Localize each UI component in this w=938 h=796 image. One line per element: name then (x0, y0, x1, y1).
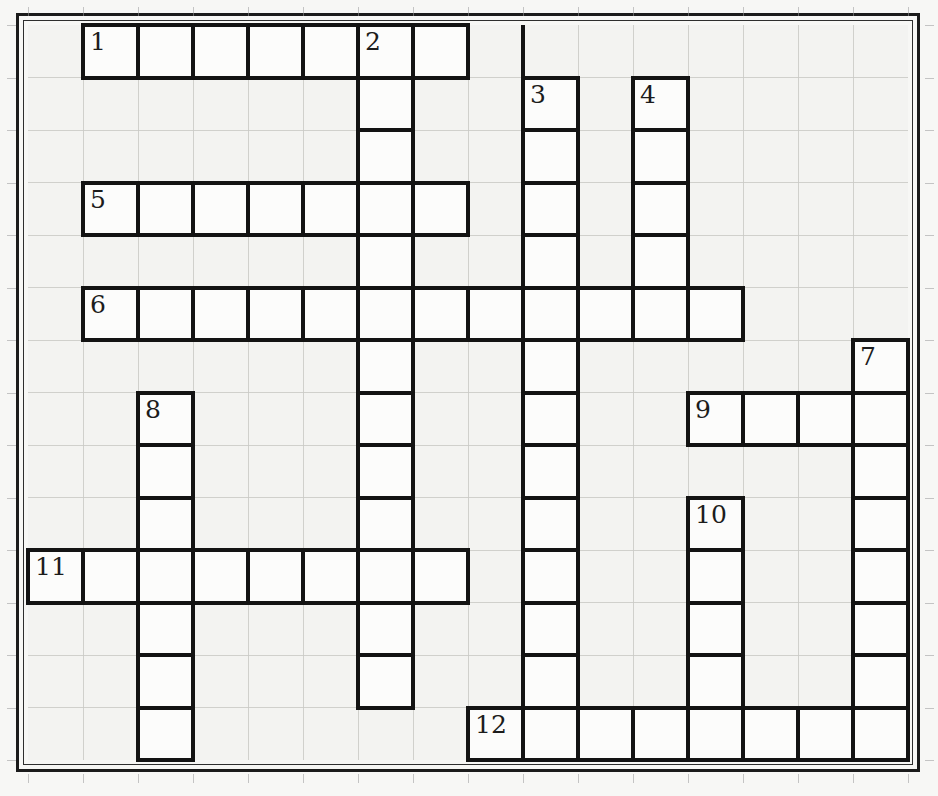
cell-r6c4[interactable] (193, 288, 248, 341)
cell-r9c16[interactable] (853, 445, 908, 498)
clue-number-11: 11 (35, 554, 67, 579)
ruler-tick (688, 7, 689, 16)
word-12-across-divider (521, 706, 525, 763)
word-2-down-divider (356, 128, 415, 132)
word-2-down-divider (356, 76, 415, 80)
ruler-tick (413, 774, 414, 783)
word-3-down-divider (521, 128, 580, 132)
cell-r5c10[interactable] (523, 235, 578, 288)
ruler-tick (908, 7, 909, 16)
word-6-across-divider (136, 286, 140, 343)
background-gridline-h (28, 130, 908, 131)
ruler-tick (138, 774, 139, 783)
cell-r8c7[interactable] (358, 393, 413, 446)
word-7-down-divider (851, 496, 910, 500)
ruler-tick (925, 550, 934, 551)
word-1-across-divider (301, 23, 305, 80)
word-12-across-border (906, 706, 910, 763)
cell-r3c12[interactable] (633, 130, 688, 183)
word-4-down-border (631, 338, 690, 342)
word-6-across-divider (246, 286, 250, 343)
word-6-across-border (741, 286, 745, 343)
cell-r2c7[interactable] (358, 78, 413, 131)
ruler-tick (7, 130, 16, 131)
word-7-down-divider (851, 601, 910, 605)
word-3-down-divider (521, 601, 580, 605)
word-5-across-border (466, 181, 470, 238)
clue-number-10: 10 (695, 502, 727, 527)
ruler-tick (7, 708, 16, 709)
word-3-down-divider (521, 233, 580, 237)
word-2-down-divider (356, 548, 415, 552)
cell-r11c6[interactable] (303, 550, 358, 603)
ruler-tick (7, 655, 16, 656)
cell-r11c13[interactable] (688, 550, 743, 603)
cell-r4c4[interactable] (193, 183, 248, 236)
crossword-board: 123456789101112 (28, 25, 908, 760)
cell-r3c7[interactable] (358, 130, 413, 183)
ruler-tick (523, 7, 524, 16)
cell-r10c7[interactable] (358, 498, 413, 551)
clue-number-3: 3 (530, 82, 546, 107)
cell-r14c14[interactable] (743, 708, 798, 761)
cell-r7c7[interactable] (358, 340, 413, 393)
cell-r7c10[interactable] (523, 340, 578, 393)
word-8-down-divider (136, 601, 195, 605)
cell-r5c12[interactable] (633, 235, 688, 288)
word-10-down-divider (686, 548, 745, 552)
ruler-tick (468, 774, 469, 783)
cell-r6c12[interactable] (633, 288, 688, 341)
cell-r13c13[interactable] (688, 655, 743, 708)
word-2-down-divider (356, 286, 415, 290)
ruler-tick (138, 7, 139, 16)
cell-r6c10[interactable] (523, 288, 578, 341)
clue-number-2: 2 (365, 29, 381, 54)
word-3-down-divider (521, 181, 580, 185)
word-4-down-divider (631, 233, 690, 237)
word-1-across-border (81, 23, 85, 80)
cell-r6c6[interactable] (303, 288, 358, 341)
ruler-tick (853, 7, 854, 16)
cell-r1c6[interactable] (303, 25, 358, 78)
word-10-down-border (686, 496, 745, 500)
cell-r11c16[interactable] (853, 550, 908, 603)
word-12-across-divider (741, 706, 745, 763)
word-4-down-border (631, 76, 635, 343)
word-3-down-border (521, 706, 580, 710)
cell-r8c14[interactable] (743, 393, 798, 446)
ruler-tick (743, 774, 744, 783)
cell-r9c3[interactable] (138, 445, 193, 498)
word-2-down-divider (356, 601, 415, 605)
word-2-down-divider (356, 338, 415, 342)
cell-r4c7[interactable] (358, 183, 413, 236)
word-12-across-divider (796, 706, 800, 763)
word-5-across-divider (191, 181, 195, 238)
word-8-down-divider (136, 443, 195, 447)
ruler-tick (468, 7, 469, 16)
word-7-down-divider (851, 391, 910, 395)
word-2-down-border (356, 23, 360, 710)
word-8-down-divider (136, 706, 195, 710)
word-2-down-divider (356, 181, 415, 185)
cell-r4c12[interactable] (633, 183, 688, 236)
ruler-tick (925, 235, 934, 236)
word-5-across-divider (246, 181, 250, 238)
word-7-down-divider (851, 443, 910, 447)
word-7-down-border (851, 706, 910, 710)
word-2-down-divider (356, 653, 415, 657)
cell-r6c3[interactable] (138, 288, 193, 341)
ruler-tick (193, 774, 194, 783)
word-2-down-divider (356, 443, 415, 447)
cell-r12c3[interactable] (138, 603, 193, 656)
ruler-tick (578, 774, 579, 783)
crossword-page: 123456789101112 (0, 0, 938, 796)
clue-number-5: 5 (90, 187, 106, 212)
cell-r6c8[interactable] (413, 288, 468, 341)
word-10-down-divider (686, 601, 745, 605)
cell-r8c15[interactable] (798, 393, 853, 446)
ruler-tick (248, 7, 249, 16)
word-3-down-divider (521, 496, 580, 500)
cell-r10c3[interactable] (138, 498, 193, 551)
word-3-down-divider (521, 443, 580, 447)
ruler-tick (578, 7, 579, 16)
word-11-across-divider (81, 548, 85, 605)
word-3-down-divider (521, 548, 580, 552)
cell-r11c8[interactable] (413, 550, 468, 603)
word-8-down-divider (136, 653, 195, 657)
ruler-tick (7, 183, 16, 184)
cell-r6c5[interactable] (248, 288, 303, 341)
clue-number-7: 7 (860, 344, 876, 369)
cell-r4c3[interactable] (138, 183, 193, 236)
ruler-tick (7, 760, 16, 761)
ruler-tick (7, 235, 16, 236)
cell-r11c2[interactable] (83, 550, 138, 603)
cell-r13c7[interactable] (358, 655, 413, 708)
word-7-down-divider (851, 548, 910, 552)
word-4-down-divider (631, 286, 690, 290)
word-8-down-border (136, 758, 195, 762)
cell-r11c5[interactable] (248, 550, 303, 603)
word-12-across-divider (576, 706, 580, 763)
ruler-tick (7, 603, 16, 604)
word-11-across-divider (246, 548, 250, 605)
ruler-tick (358, 7, 359, 16)
ruler-tick (7, 78, 16, 79)
word-8-down-border (136, 391, 195, 395)
ruler-tick (925, 78, 934, 79)
word-8-down-divider (136, 548, 195, 552)
cell-r6c9[interactable] (468, 288, 523, 341)
word-4-down-divider (631, 128, 690, 132)
cell-r6c13[interactable] (688, 288, 743, 341)
word-2-down-divider (356, 496, 415, 500)
cell-r14c16[interactable] (853, 708, 908, 761)
word-1-across-border (466, 23, 470, 80)
ruler-tick (925, 340, 934, 341)
cell-r1c4[interactable] (193, 25, 248, 78)
ruler-tick (303, 7, 304, 16)
ruler-tick (688, 774, 689, 783)
cell-r14c11[interactable] (578, 708, 633, 761)
ruler-tick (7, 445, 16, 446)
word-12-across-divider (851, 706, 855, 763)
stray-border-segment (521, 25, 525, 80)
ruler-tick (83, 7, 84, 16)
word-12-across-border (466, 706, 470, 763)
word-8-down-divider (136, 496, 195, 500)
cell-r14c12[interactable] (633, 708, 688, 761)
cell-r1c5[interactable] (248, 25, 303, 78)
cell-r12c13[interactable] (688, 603, 743, 656)
cell-r6c11[interactable] (578, 288, 633, 341)
ruler-tick (925, 655, 934, 656)
word-6-across-divider (191, 286, 195, 343)
cell-r12c16[interactable] (853, 603, 908, 656)
word-1-across-divider (136, 23, 140, 80)
word-3-down-divider (521, 338, 580, 342)
cell-r1c3[interactable] (138, 25, 193, 78)
clue-number-4: 4 (640, 82, 656, 107)
word-10-down-border (686, 706, 745, 710)
word-5-across-divider (301, 181, 305, 238)
word-5-across-border (81, 181, 85, 238)
cell-r11c4[interactable] (193, 550, 248, 603)
ruler-tick (7, 340, 16, 341)
ruler-tick (908, 774, 909, 783)
cell-r8c10[interactable] (523, 393, 578, 446)
ruler-tick (7, 498, 16, 499)
cell-r1c8[interactable] (413, 25, 468, 78)
cell-r9c7[interactable] (358, 445, 413, 498)
cell-r14c13[interactable] (688, 708, 743, 761)
ruler-tick (7, 288, 16, 289)
ruler-tick (925, 498, 934, 499)
ruler-tick (798, 7, 799, 16)
word-2-down-border (411, 23, 415, 710)
ruler-tick (193, 7, 194, 16)
cell-r4c5[interactable] (248, 183, 303, 236)
word-2-down-divider (356, 233, 415, 237)
ruler-tick (925, 288, 934, 289)
cell-r13c3[interactable] (138, 655, 193, 708)
word-9-across-divider (741, 391, 745, 448)
word-4-down-divider (631, 181, 690, 185)
cell-r4c8[interactable] (413, 183, 468, 236)
ruler-tick (925, 603, 934, 604)
cell-r8c16[interactable] (853, 393, 908, 446)
ruler-tick (925, 393, 934, 394)
cell-r9c10[interactable] (523, 445, 578, 498)
ruler-tick (925, 130, 934, 131)
word-7-down-divider (851, 653, 910, 657)
ruler-tick (798, 774, 799, 783)
word-11-across-border (26, 548, 30, 605)
cell-r11c10[interactable] (523, 550, 578, 603)
cell-r5c7[interactable] (358, 235, 413, 288)
ruler-tick (7, 393, 16, 394)
ruler-tick (925, 708, 934, 709)
cell-r14c10[interactable] (523, 708, 578, 761)
ruler-tick (7, 25, 16, 26)
ruler-tick (413, 7, 414, 16)
ruler-tick (7, 550, 16, 551)
ruler-tick (925, 445, 934, 446)
word-6-across-divider (466, 286, 470, 343)
cell-r4c10[interactable] (523, 183, 578, 236)
word-3-down-divider (521, 653, 580, 657)
word-10-down-divider (686, 653, 745, 657)
clue-number-6: 6 (90, 292, 106, 317)
cell-r10c10[interactable] (523, 498, 578, 551)
clue-number-1: 1 (90, 29, 106, 54)
word-4-down-border (631, 76, 690, 80)
ruler-tick (523, 774, 524, 783)
word-5-across-divider (136, 181, 140, 238)
cell-r13c10[interactable] (523, 655, 578, 708)
cell-r13c16[interactable] (853, 655, 908, 708)
clue-number-9: 9 (695, 397, 711, 422)
cell-r10c16[interactable] (853, 498, 908, 551)
cell-r14c3[interactable] (138, 708, 193, 761)
cell-r3c10[interactable] (523, 130, 578, 183)
ruler-tick (925, 183, 934, 184)
ruler-tick (303, 774, 304, 783)
ruler-tick (925, 760, 934, 761)
word-11-across-divider (301, 548, 305, 605)
cell-r4c6[interactable] (303, 183, 358, 236)
cell-r14c15[interactable] (798, 708, 853, 761)
ruler-tick (633, 7, 634, 16)
cell-r12c7[interactable] (358, 603, 413, 656)
word-6-across-divider (301, 286, 305, 343)
word-9-across-border (686, 391, 690, 448)
ruler-tick (28, 774, 29, 783)
ruler-tick (925, 25, 934, 26)
word-12-across-divider (686, 706, 690, 763)
word-1-across-divider (191, 23, 195, 80)
word-2-down-border (356, 706, 415, 710)
ruler-tick (743, 7, 744, 16)
ruler-tick (28, 7, 29, 16)
word-4-down-border (686, 76, 690, 343)
ruler-tick (83, 774, 84, 783)
ruler-tick (853, 774, 854, 783)
ruler-tick (633, 774, 634, 783)
cell-r6c7[interactable] (358, 288, 413, 341)
word-3-down-divider (521, 391, 580, 395)
cell-r11c3[interactable] (138, 550, 193, 603)
word-12-across-divider (631, 706, 635, 763)
clue-number-12: 12 (475, 712, 507, 737)
word-3-down-border (521, 76, 580, 80)
ruler-tick (358, 774, 359, 783)
word-2-down-divider (356, 391, 415, 395)
cell-r11c7[interactable] (358, 550, 413, 603)
word-11-across-border (466, 548, 470, 605)
word-6-across-border (81, 286, 85, 343)
word-1-across-divider (246, 23, 250, 80)
ruler-tick (248, 774, 249, 783)
clue-number-8: 8 (145, 397, 161, 422)
word-9-across-divider (796, 391, 800, 448)
word-3-down-divider (521, 286, 580, 290)
cell-r12c10[interactable] (523, 603, 578, 656)
